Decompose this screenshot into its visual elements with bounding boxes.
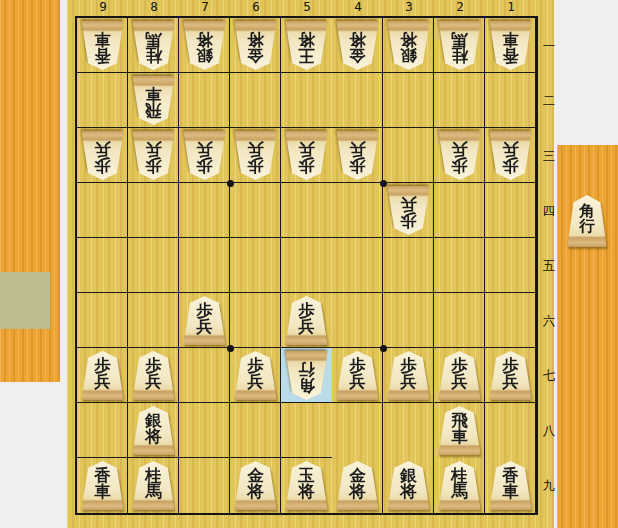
- square-1-5[interactable]: [485, 238, 536, 293]
- piece-sente-飛車[interactable]: 飛 車: [437, 406, 482, 455]
- file-label-9: 9: [78, 0, 129, 14]
- square-7-4[interactable]: [179, 183, 230, 238]
- piece-sente-玉将[interactable]: 玉 将: [284, 461, 329, 510]
- square-1-9[interactable]: 香 車: [485, 458, 536, 513]
- piece-gote-金将[interactable]: 金 将: [335, 21, 380, 70]
- piece-kanji: 金 将: [335, 31, 380, 63]
- piece-gote-王将[interactable]: 王 将: [284, 21, 329, 70]
- square-4-7[interactable]: 歩 兵: [332, 348, 383, 403]
- square-9-5[interactable]: [77, 238, 128, 293]
- square-8-4[interactable]: [128, 183, 179, 238]
- square-9-7[interactable]: 歩 兵: [77, 348, 128, 403]
- hand-piece-label: 角 行: [566, 203, 608, 233]
- square-6-2[interactable]: [230, 73, 281, 128]
- piece-kanji: 王 将: [284, 31, 329, 63]
- square-7-3[interactable]: 歩 兵: [179, 128, 230, 183]
- piece-gote-歩兵[interactable]: 歩 兵: [284, 131, 329, 180]
- square-5-1[interactable]: 王 将: [281, 18, 332, 73]
- piece-kanji: 歩 兵: [488, 358, 533, 390]
- piece-kanji: 桂 馬: [131, 468, 176, 500]
- square-2-9[interactable]: 桂 馬: [434, 458, 485, 513]
- file-label-3: 3: [384, 0, 435, 14]
- piece-kanji: 香 車: [80, 31, 125, 63]
- piece-sente-歩兵[interactable]: 歩 兵: [386, 351, 431, 400]
- square-6-9[interactable]: 金 将: [230, 458, 281, 513]
- piece-kanji: 歩 兵: [488, 141, 533, 173]
- piece-sente-金将[interactable]: 金 将: [233, 461, 278, 510]
- square-8-5[interactable]: [128, 238, 179, 293]
- piece-kanji: 金 将: [233, 31, 278, 63]
- square-6-4[interactable]: [230, 183, 281, 238]
- piece-kanji: 香 車: [80, 468, 125, 500]
- square-6-5[interactable]: [230, 238, 281, 293]
- square-3-3[interactable]: [383, 128, 434, 183]
- piece-kanji: 飛 車: [131, 86, 176, 118]
- file-label-1: 1: [486, 0, 537, 14]
- square-3-1[interactable]: 銀 将: [383, 18, 434, 73]
- piece-gote-歩兵[interactable]: 歩 兵: [233, 131, 278, 180]
- square-4-8[interactable]: [332, 403, 383, 458]
- square-2-4[interactable]: [434, 183, 485, 238]
- square-7-8[interactable]: [179, 403, 230, 458]
- square-1-8[interactable]: [485, 403, 536, 458]
- board-grid: 香 車桂 馬銀 将金 将王 将金 将銀 将桂 馬香 車飛 車歩 兵歩 兵歩 兵歩…: [75, 16, 538, 515]
- square-8-9[interactable]: 桂 馬: [128, 458, 179, 513]
- square-9-2[interactable]: [77, 73, 128, 128]
- piece-sente-歩兵[interactable]: 歩 兵: [182, 296, 227, 345]
- piece-kanji: 歩 兵: [437, 141, 482, 173]
- piece-sente-香車[interactable]: 香 車: [80, 461, 125, 510]
- square-5-3[interactable]: 歩 兵: [281, 128, 332, 183]
- square-5-4[interactable]: [281, 183, 332, 238]
- piece-sente-香車[interactable]: 香 車: [488, 461, 533, 510]
- square-5-2[interactable]: [281, 73, 332, 128]
- square-7-6[interactable]: 歩 兵: [179, 293, 230, 348]
- file-label-6: 6: [231, 0, 282, 14]
- piece-sente-歩兵[interactable]: 歩 兵: [284, 296, 329, 345]
- square-9-6[interactable]: [77, 293, 128, 348]
- hand-piece-bishop[interactable]: 角 行: [566, 195, 608, 247]
- rank-label-7: 七: [541, 349, 557, 404]
- square-5-6[interactable]: 歩 兵: [281, 293, 332, 348]
- piece-sente-金将[interactable]: 金 将: [335, 461, 380, 510]
- square-4-3[interactable]: 歩 兵: [332, 128, 383, 183]
- square-7-5[interactable]: [179, 238, 230, 293]
- piece-kanji: 桂 馬: [437, 468, 482, 500]
- piece-kanji: 桂 馬: [131, 31, 176, 63]
- piece-kanji: 銀 将: [131, 413, 176, 445]
- piece-gote-歩兵[interactable]: 歩 兵: [488, 131, 533, 180]
- piece-kanji: 歩 兵: [233, 141, 278, 173]
- square-3-4[interactable]: 歩 兵: [383, 183, 434, 238]
- piece-gote-飛車[interactable]: 飛 車: [131, 76, 176, 125]
- square-8-1[interactable]: 桂 馬: [128, 18, 179, 73]
- piece-sente-銀将[interactable]: 銀 将: [131, 406, 176, 455]
- square-7-2[interactable]: [179, 73, 230, 128]
- square-5-8[interactable]: [281, 403, 332, 458]
- square-3-2[interactable]: [383, 73, 434, 128]
- piece-sente-歩兵[interactable]: 歩 兵: [488, 351, 533, 400]
- rank-label-5: 五: [541, 239, 557, 294]
- sente-piece-stand: 角 行: [557, 145, 618, 528]
- piece-kanji: 飛 車: [437, 413, 482, 445]
- piece-sente-歩兵[interactable]: 歩 兵: [437, 351, 482, 400]
- square-9-3[interactable]: 歩 兵: [77, 128, 128, 183]
- shogi-board: 987654321 一二三四五六七八九 香 車桂 馬銀 将金 将王 将金 将銀 …: [67, 0, 554, 528]
- square-4-2[interactable]: [332, 73, 383, 128]
- square-4-6[interactable]: [332, 293, 383, 348]
- piece-sente-歩兵[interactable]: 歩 兵: [233, 351, 278, 400]
- square-4-9[interactable]: 金 将: [332, 458, 383, 513]
- square-5-5[interactable]: [281, 238, 332, 293]
- piece-kanji: 銀 将: [386, 468, 431, 500]
- rank-label-4: 四: [541, 184, 557, 239]
- piece-kanji: 金 将: [233, 468, 278, 500]
- piece-sente-歩兵[interactable]: 歩 兵: [335, 351, 380, 400]
- square-9-9[interactable]: 香 車: [77, 458, 128, 513]
- piece-kanji: 香 車: [488, 468, 533, 500]
- file-label-4: 4: [333, 0, 384, 14]
- square-2-2[interactable]: [434, 73, 485, 128]
- piece-kanji: 香 車: [488, 31, 533, 63]
- piece-sente-桂馬[interactable]: 桂 馬: [437, 461, 482, 510]
- square-4-5[interactable]: [332, 238, 383, 293]
- square-9-8[interactable]: [77, 403, 128, 458]
- rank-label-2: 二: [541, 74, 557, 129]
- piece-gote-銀将[interactable]: 銀 将: [182, 21, 227, 70]
- gote-piece-stand: [0, 0, 60, 382]
- piece-gote-歩兵[interactable]: 歩 兵: [182, 131, 227, 180]
- square-6-7[interactable]: 歩 兵: [230, 348, 281, 403]
- piece-kanji: 歩 兵: [284, 141, 329, 173]
- square-7-9[interactable]: [179, 458, 230, 513]
- square-8-7[interactable]: 歩 兵: [128, 348, 179, 403]
- square-6-8[interactable]: [230, 403, 281, 458]
- square-2-7[interactable]: 歩 兵: [434, 348, 485, 403]
- rank-label-1: 一: [541, 19, 557, 74]
- square-2-6[interactable]: [434, 293, 485, 348]
- rank-label-8: 八: [541, 404, 557, 459]
- piece-kanji: 歩 兵: [80, 141, 125, 173]
- piece-kanji: 歩 兵: [131, 358, 176, 390]
- piece-kanji: 歩 兵: [335, 141, 380, 173]
- square-6-3[interactable]: 歩 兵: [230, 128, 281, 183]
- piece-gote-歩兵[interactable]: 歩 兵: [80, 131, 125, 180]
- square-1-3[interactable]: 歩 兵: [485, 128, 536, 183]
- piece-gote-角行[interactable]: 角 行: [284, 351, 329, 400]
- piece-sente-歩兵[interactable]: 歩 兵: [131, 351, 176, 400]
- piece-gote-香車[interactable]: 香 車: [488, 21, 533, 70]
- piece-kanji: 角 行: [284, 361, 329, 393]
- square-4-1[interactable]: 金 将: [332, 18, 383, 73]
- rank-label-3: 三: [541, 129, 557, 184]
- square-5-7[interactable]: 角 行: [281, 348, 332, 403]
- piece-gote-桂馬[interactable]: 桂 馬: [131, 21, 176, 70]
- square-4-4[interactable]: [332, 183, 383, 238]
- piece-kanji: 歩 兵: [437, 358, 482, 390]
- square-1-2[interactable]: [485, 73, 536, 128]
- square-2-8[interactable]: 飛 車: [434, 403, 485, 458]
- square-7-1[interactable]: 銀 将: [179, 18, 230, 73]
- piece-kanji: 歩 兵: [233, 358, 278, 390]
- piece-sente-銀将[interactable]: 銀 将: [386, 461, 431, 510]
- file-label-7: 7: [180, 0, 231, 14]
- rank-label-6: 六: [541, 294, 557, 349]
- file-label-5: 5: [282, 0, 333, 14]
- file-label-8: 8: [129, 0, 180, 14]
- piece-kanji: 歩 兵: [386, 358, 431, 390]
- square-2-1[interactable]: 桂 馬: [434, 18, 485, 73]
- piece-kanji: 歩 兵: [182, 141, 227, 173]
- piece-kanji: 銀 将: [386, 31, 431, 63]
- piece-kanji: 歩 兵: [386, 196, 431, 228]
- piece-sente-桂馬[interactable]: 桂 馬: [131, 461, 176, 510]
- square-1-4[interactable]: [485, 183, 536, 238]
- piece-kanji: 歩 兵: [182, 303, 227, 335]
- square-3-6[interactable]: [383, 293, 434, 348]
- piece-gote-香車[interactable]: 香 車: [80, 21, 125, 70]
- square-2-3[interactable]: 歩 兵: [434, 128, 485, 183]
- square-5-9[interactable]: 玉 将: [281, 458, 332, 513]
- square-3-5[interactable]: [383, 238, 434, 293]
- rank-label-9: 九: [541, 459, 557, 514]
- piece-gote-桂馬[interactable]: 桂 馬: [437, 21, 482, 70]
- piece-kanji: 歩 兵: [80, 358, 125, 390]
- piece-kanji: 歩 兵: [335, 358, 380, 390]
- piece-gote-歩兵[interactable]: 歩 兵: [386, 186, 431, 235]
- square-3-9[interactable]: 銀 将: [383, 458, 434, 513]
- square-8-2[interactable]: 飛 車: [128, 73, 179, 128]
- square-6-1[interactable]: 金 将: [230, 18, 281, 73]
- piece-gote-歩兵[interactable]: 歩 兵: [131, 131, 176, 180]
- square-9-1[interactable]: 香 車: [77, 18, 128, 73]
- stand-highlight-block: [0, 272, 50, 329]
- piece-kanji: 歩 兵: [284, 303, 329, 335]
- piece-sente-歩兵[interactable]: 歩 兵: [80, 351, 125, 400]
- piece-kanji: 玉 将: [284, 468, 329, 500]
- piece-kanji: 歩 兵: [131, 141, 176, 173]
- square-8-3[interactable]: 歩 兵: [128, 128, 179, 183]
- square-8-6[interactable]: [128, 293, 179, 348]
- piece-gote-金将[interactable]: 金 将: [233, 21, 278, 70]
- square-9-4[interactable]: [77, 183, 128, 238]
- square-1-1[interactable]: 香 車: [485, 18, 536, 73]
- piece-kanji: 桂 馬: [437, 31, 482, 63]
- piece-gote-歩兵[interactable]: 歩 兵: [437, 131, 482, 180]
- piece-gote-銀将[interactable]: 銀 将: [386, 21, 431, 70]
- piece-gote-歩兵[interactable]: 歩 兵: [335, 131, 380, 180]
- square-1-6[interactable]: [485, 293, 536, 348]
- square-8-8[interactable]: 銀 将: [128, 403, 179, 458]
- square-7-7[interactable]: [179, 348, 230, 403]
- square-3-8[interactable]: [383, 403, 434, 458]
- square-6-6[interactable]: [230, 293, 281, 348]
- piece-kanji: 銀 将: [182, 31, 227, 63]
- square-3-7[interactable]: 歩 兵: [383, 348, 434, 403]
- file-label-2: 2: [435, 0, 486, 14]
- piece-kanji: 金 将: [335, 468, 380, 500]
- square-1-7[interactable]: 歩 兵: [485, 348, 536, 403]
- square-2-5[interactable]: [434, 238, 485, 293]
